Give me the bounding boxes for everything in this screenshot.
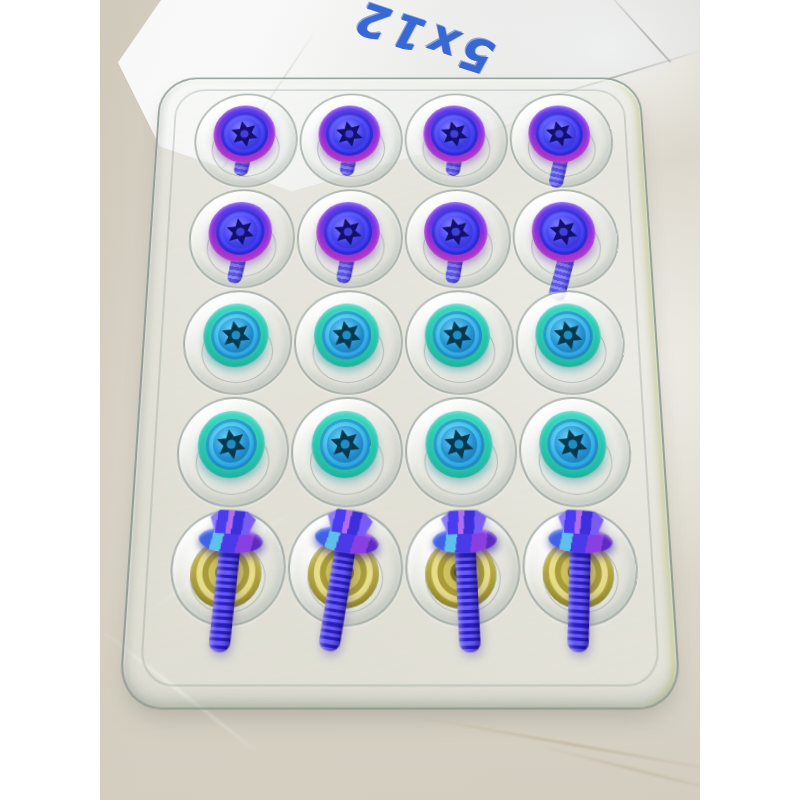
blue-bolt-gold-washer [402, 506, 521, 625]
screw-head [424, 201, 488, 261]
tray-cell-r5c1 [164, 506, 286, 625]
tray-cell-r5c4 [518, 506, 640, 625]
blue-bolt-gold-washer [164, 506, 286, 625]
purple-screw [402, 187, 511, 288]
bolt-head [425, 303, 491, 367]
teal-bolt [290, 287, 402, 393]
tray-cell-r3c2 [290, 287, 402, 393]
tray-cell-r2c2 [293, 187, 402, 288]
tray-cell-r4c4 [514, 394, 633, 507]
purple-screw [506, 91, 615, 187]
torx-center-pin [453, 330, 462, 339]
blister-tray [118, 78, 682, 710]
bolt-shank [455, 546, 481, 652]
teal-bolt [402, 394, 518, 507]
torx-center-pin [345, 130, 354, 138]
purple-screw [402, 91, 508, 187]
purple-screw [295, 91, 401, 187]
torx-center-pin [555, 130, 564, 138]
purple-screw [508, 187, 620, 288]
bolt-shank [567, 546, 591, 653]
bolt-hex-head [441, 510, 488, 535]
torx-center-pin [450, 130, 459, 138]
bolt-hex-head [558, 509, 604, 536]
purple-screw [189, 91, 298, 187]
countertop-seam [412, 715, 700, 774]
tray-grid [164, 91, 640, 625]
tray-cell-r5c3 [402, 506, 521, 625]
blue-bolt [430, 509, 504, 655]
torx-center-pin [563, 330, 572, 339]
teal-bolt [177, 287, 292, 393]
bolt-head [311, 410, 379, 477]
blue-bolt-gold-washer [518, 506, 640, 625]
bolt-head [425, 410, 493, 477]
teal-bolt [514, 394, 633, 507]
tray-face [118, 78, 682, 710]
tray-cell-r1c3 [402, 91, 508, 187]
torx-center-pin [568, 439, 578, 448]
tray-cell-r1c2 [295, 91, 401, 187]
tray-cell-r4c2 [286, 394, 402, 507]
torx-center-pin [454, 439, 463, 448]
screw-head [423, 105, 486, 162]
tray-cell-r1c4 [506, 91, 615, 187]
blue-bolt [544, 508, 615, 657]
torx-center-pin [342, 330, 351, 339]
tray-cell-r3c3 [402, 287, 514, 393]
torx-center-pin [559, 227, 568, 235]
tray-cell-r2c4 [508, 187, 620, 288]
bolt-shank [208, 546, 241, 653]
torx-center-pin [344, 227, 353, 235]
teal-bolt [402, 287, 514, 393]
blue-bolt-gold-washer [283, 506, 402, 625]
bolt-head [313, 303, 379, 367]
tray-cell-r2c1 [183, 187, 295, 288]
tray-cell-r4c1 [171, 394, 290, 507]
blue-bolt [294, 506, 384, 659]
purple-screw [183, 187, 295, 288]
screw-head [316, 201, 380, 261]
photo-canvas: 5x12 [0, 0, 800, 800]
photo-area: 5x12 [100, 0, 700, 800]
torx-center-pin [451, 227, 460, 235]
tray-cell-r3c4 [511, 287, 626, 393]
screw-head [318, 105, 381, 162]
bolt-shank [318, 545, 356, 653]
tray-cell-r2c3 [402, 187, 511, 288]
tray-cell-r3c1 [177, 287, 292, 393]
teal-bolt [511, 287, 626, 393]
purple-screw [293, 187, 402, 288]
tray-cell-r1c1 [189, 91, 298, 187]
blue-bolt [184, 508, 267, 657]
tray-cell-r4c3 [402, 394, 518, 507]
tray-cell-r5c2 [283, 506, 402, 625]
bolt-hex-head [209, 509, 257, 536]
torx-center-pin [340, 439, 349, 448]
teal-bolt [286, 394, 402, 507]
teal-bolt [171, 394, 290, 507]
